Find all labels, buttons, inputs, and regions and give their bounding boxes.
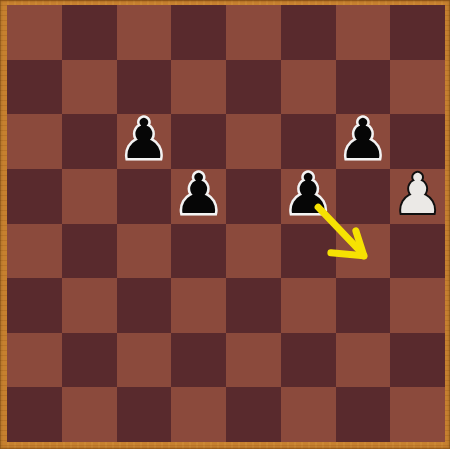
chess-board: ♟♟♟♟♟♟♟♟♟♟ xyxy=(7,5,445,442)
square-f7[interactable] xyxy=(281,60,336,115)
square-g7[interactable] xyxy=(336,60,391,115)
square-a8[interactable] xyxy=(7,5,62,60)
square-f1[interactable] xyxy=(281,387,336,442)
square-c1[interactable] xyxy=(117,387,172,442)
square-g1[interactable] xyxy=(336,387,391,442)
square-h3[interactable] xyxy=(390,278,445,333)
square-f6[interactable] xyxy=(281,114,336,169)
piece-white-pawn-h5[interactable]: ♟♟ xyxy=(390,169,445,224)
square-c7[interactable] xyxy=(117,60,172,115)
square-e7[interactable] xyxy=(226,60,281,115)
square-a7[interactable] xyxy=(7,60,62,115)
square-f4[interactable] xyxy=(281,224,336,279)
square-b6[interactable] xyxy=(62,114,117,169)
square-a4[interactable] xyxy=(7,224,62,279)
square-c5[interactable] xyxy=(117,169,172,224)
piece-black-pawn-c6[interactable]: ♟♟ xyxy=(117,114,172,169)
square-h8[interactable] xyxy=(390,5,445,60)
square-g8[interactable] xyxy=(336,5,391,60)
square-a5[interactable] xyxy=(7,169,62,224)
square-c4[interactable] xyxy=(117,224,172,279)
square-d6[interactable] xyxy=(171,114,226,169)
square-f3[interactable] xyxy=(281,278,336,333)
square-e8[interactable] xyxy=(226,5,281,60)
black-pawn-icon: ♟ xyxy=(283,167,332,222)
square-a2[interactable] xyxy=(7,333,62,388)
square-d2[interactable] xyxy=(171,333,226,388)
piece-black-pawn-d5[interactable]: ♟♟ xyxy=(171,169,226,224)
square-c2[interactable] xyxy=(117,333,172,388)
square-h1[interactable] xyxy=(390,387,445,442)
board-frame: ♟♟♟♟♟♟♟♟♟♟ xyxy=(0,0,450,449)
square-e3[interactable] xyxy=(226,278,281,333)
square-h6[interactable] xyxy=(390,114,445,169)
square-h7[interactable] xyxy=(390,60,445,115)
black-pawn-icon: ♟ xyxy=(338,112,387,167)
square-a6[interactable] xyxy=(7,114,62,169)
square-f2[interactable] xyxy=(281,333,336,388)
square-b7[interactable] xyxy=(62,60,117,115)
square-g4[interactable] xyxy=(336,224,391,279)
square-c3[interactable] xyxy=(117,278,172,333)
square-b4[interactable] xyxy=(62,224,117,279)
square-d3[interactable] xyxy=(171,278,226,333)
square-b3[interactable] xyxy=(62,278,117,333)
white-pawn-icon: ♟ xyxy=(393,167,442,222)
black-pawn-icon: ♟ xyxy=(174,167,223,222)
square-g3[interactable] xyxy=(336,278,391,333)
square-a3[interactable] xyxy=(7,278,62,333)
square-a1[interactable] xyxy=(7,387,62,442)
square-e6[interactable] xyxy=(226,114,281,169)
square-h2[interactable] xyxy=(390,333,445,388)
square-b8[interactable] xyxy=(62,5,117,60)
square-e2[interactable] xyxy=(226,333,281,388)
square-g2[interactable] xyxy=(336,333,391,388)
square-b2[interactable] xyxy=(62,333,117,388)
square-e5[interactable] xyxy=(226,169,281,224)
square-d8[interactable] xyxy=(171,5,226,60)
square-b5[interactable] xyxy=(62,169,117,224)
square-d7[interactable] xyxy=(171,60,226,115)
square-h4[interactable] xyxy=(390,224,445,279)
black-pawn-icon: ♟ xyxy=(119,112,168,167)
square-g5[interactable] xyxy=(336,169,391,224)
piece-black-pawn-g6[interactable]: ♟♟ xyxy=(336,114,391,169)
square-d1[interactable] xyxy=(171,387,226,442)
square-b1[interactable] xyxy=(62,387,117,442)
piece-black-pawn-f5[interactable]: ♟♟ xyxy=(281,169,336,224)
square-d4[interactable] xyxy=(171,224,226,279)
square-f8[interactable] xyxy=(281,5,336,60)
square-c8[interactable] xyxy=(117,5,172,60)
square-e1[interactable] xyxy=(226,387,281,442)
square-e4[interactable] xyxy=(226,224,281,279)
